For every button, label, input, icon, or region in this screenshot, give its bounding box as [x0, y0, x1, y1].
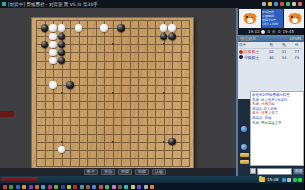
send-button[interactable]: 发送 [293, 168, 304, 175]
white-stone-icon [261, 30, 265, 34]
titlebar-mini-icon[interactable] [262, 2, 266, 6]
game-action-button[interactable]: 和棋 [135, 169, 149, 175]
black-clock: 19:32 [248, 29, 260, 34]
black-stone[interactable] [168, 33, 175, 40]
black-stone-icon [272, 30, 276, 34]
titlebar-mini-icon[interactable] [268, 2, 272, 6]
quicklaunch-icon[interactable] [150, 185, 154, 189]
player-color-dot [239, 50, 243, 54]
white-stone[interactable] [58, 146, 65, 153]
star-point [163, 92, 165, 94]
game-action-button[interactable]: 数子 [84, 169, 98, 175]
black-stone[interactable] [58, 57, 65, 64]
star-point [112, 141, 114, 143]
stat-cell: 73 [290, 55, 303, 61]
chat-input-row: 发送 [250, 167, 304, 175]
grid-line [36, 158, 190, 159]
player-color-dot [239, 55, 243, 59]
grid-line [121, 20, 122, 167]
table-header-cell: 胜 [265, 43, 278, 48]
white-stone[interactable] [160, 24, 167, 31]
grid-line [36, 117, 190, 118]
titlebar-mini-icon[interactable] [292, 2, 296, 6]
quicklaunch-icon[interactable] [41, 185, 45, 189]
black-stone[interactable] [58, 49, 65, 56]
grid-line [181, 20, 182, 167]
quicklaunch-icon[interactable] [92, 185, 96, 189]
chat-line: 系统: 网络连接正常 [252, 121, 300, 125]
emoticon-button[interactable] [250, 168, 256, 174]
star-point [61, 92, 63, 94]
white-stone[interactable] [75, 24, 82, 31]
white-stone[interactable] [58, 24, 65, 31]
board-pane [0, 8, 236, 168]
black-stone[interactable] [66, 81, 73, 88]
titlebar-mini-icon[interactable] [280, 2, 284, 6]
quicklaunch-icon[interactable] [112, 185, 116, 189]
quicklaunch-icon[interactable] [99, 185, 103, 189]
grid-line [147, 20, 148, 167]
white-stone[interactable] [100, 24, 107, 31]
panel-header-bar[interactable]: 段位对局 LEVEL [238, 35, 304, 42]
white-stone[interactable] [49, 49, 56, 56]
chat-line: 欢迎来到野狐围棋对弈室 [252, 93, 300, 97]
grid-line [36, 125, 190, 126]
match-info-line: 野狐围棋 [262, 10, 281, 14]
taskbar-active-item[interactable] [2, 177, 38, 182]
game-button-bar: 数子形势悔棋和棋认输 [0, 168, 236, 176]
quicklaunch-icon[interactable] [131, 185, 135, 189]
stat-cell: 40 [265, 55, 278, 61]
quicklaunch-icon[interactable] [105, 185, 109, 189]
tray-icon[interactable] [293, 178, 297, 182]
titlebar-mini-icon[interactable] [298, 2, 302, 6]
black-stone[interactable] [41, 41, 48, 48]
grid-line [130, 20, 131, 167]
star-point [112, 92, 114, 94]
tool-tag-icon[interactable] [240, 160, 249, 164]
table-row[interactable]: 小狐棋士403373 [239, 55, 303, 61]
quicklaunch-icon[interactable] [3, 185, 7, 189]
window-title: [对弈中] 野狐围棋 - 对弈室 黑 VS 白 第30手 [8, 0, 237, 7]
folder-icon[interactable] [259, 177, 265, 182]
grid-line [36, 101, 190, 102]
quicklaunch-icon[interactable] [86, 185, 90, 189]
table-header-cell: 负 [278, 43, 291, 48]
white-stone[interactable] [49, 33, 56, 40]
black-stone[interactable] [41, 24, 48, 31]
grid-line [36, 109, 190, 110]
titlebar-mini-icon[interactable] [274, 2, 278, 6]
fox-avatar-icon [244, 13, 256, 24]
white-stone[interactable] [49, 24, 56, 31]
fox-go-client-window: [对弈中] 野狐围棋 - 对弈室 黑 VS 白 第30手 数子形势悔棋和棋认输 … [0, 0, 304, 190]
quicklaunch-icon[interactable] [73, 185, 77, 189]
quicklaunch-icon[interactable] [54, 185, 58, 189]
chat-log[interactable]: 欢迎来到野狐围棋对弈室系统: 双方各有3次读秒系统: 对局开始观战者 进入房间提… [250, 91, 304, 166]
go-board[interactable] [31, 17, 194, 169]
white-clock: 19:45 [283, 29, 295, 34]
title-bar: [对弈中] 野狐围棋 - 对弈室 黑 VS 白 第30手 [0, 0, 304, 8]
quicklaunch-icon[interactable] [144, 185, 148, 189]
grid-line [36, 134, 190, 135]
table-header-cell: 棋手 [239, 43, 265, 48]
match-info-box: 野狐围棋 中国规则 黑贴3¾子 20分+30秒 [262, 9, 283, 28]
tool-tag-icon[interactable] [240, 153, 249, 157]
clock-capture-row: 19:32 0 0 19:45 [238, 28, 304, 35]
black-stone[interactable] [58, 33, 65, 40]
grid-line [155, 20, 156, 167]
table-header-cell: 分 [290, 43, 303, 48]
quicklaunch-icon[interactable] [29, 185, 33, 189]
white-stone[interactable] [49, 81, 56, 88]
player-name-cell: 小狐棋士 [239, 55, 265, 61]
tray-icon[interactable] [287, 178, 291, 182]
quicklaunch-icon[interactable] [118, 185, 122, 189]
star-point [61, 141, 63, 143]
right-panel: 野狐围棋 中国规则 黑贴3¾子 20分+30秒 19:32 0 0 19:45 … [236, 8, 304, 176]
white-stone[interactable] [49, 57, 56, 64]
taskbar-top-row: 15:08 [0, 176, 304, 183]
stat-cell: 33 [278, 55, 291, 61]
quicklaunch-icon[interactable] [16, 185, 20, 189]
grid-line [36, 166, 190, 167]
tool-ball-icon[interactable] [241, 144, 247, 150]
quicklaunch-icon[interactable] [35, 185, 39, 189]
quicklaunch-icon[interactable] [48, 185, 52, 189]
chat-line: 系统: 对局开始 [252, 102, 300, 106]
panel-header-right: LEVEL [290, 36, 302, 41]
chat-line: 观战者: 加油 [252, 116, 300, 120]
system-tray [282, 178, 303, 182]
fox-avatar-icon [289, 13, 301, 24]
quicklaunch-icon[interactable] [9, 185, 13, 189]
taskbar-clock: 15:08 [267, 177, 279, 182]
game-action-button[interactable]: 认输 [152, 169, 166, 175]
game-action-button[interactable]: 形势 [101, 169, 115, 175]
grid-line [189, 20, 190, 167]
black-stone[interactable] [160, 33, 167, 40]
quicklaunch-icon[interactable] [137, 185, 141, 189]
quicklaunch-icon[interactable] [80, 185, 84, 189]
taskbar-quicklaunch-row [0, 183, 304, 190]
quicklaunch-icon[interactable] [61, 185, 65, 189]
white-capture-count: 0 [267, 29, 270, 34]
white-stone[interactable] [168, 24, 175, 31]
app-icon [2, 2, 6, 6]
panel-header-left: 段位对局 [240, 36, 256, 41]
titlebar-mini-icon[interactable] [286, 2, 290, 6]
white-player-avatar[interactable] [284, 9, 305, 28]
quicklaunch-icon[interactable] [67, 185, 71, 189]
side-tool-icons [239, 126, 249, 166]
tray-icon[interactable] [298, 178, 302, 182]
side-red-tag [0, 111, 14, 117]
star-point [163, 141, 165, 143]
players-area: 野狐围棋 中国规则 黑贴3¾子 20分+30秒 [238, 8, 304, 28]
tool-ball-icon[interactable] [241, 126, 247, 132]
game-action-button[interactable]: 悔棋 [118, 169, 132, 175]
title-bar-icons [262, 2, 302, 6]
black-capture-count: 0 [278, 29, 281, 34]
white-stone[interactable] [49, 41, 56, 48]
quicklaunch-icon[interactable] [22, 185, 26, 189]
black-stone[interactable] [58, 41, 65, 48]
grid-line [138, 20, 139, 167]
quicklaunch-icon[interactable] [124, 185, 128, 189]
black-stone[interactable] [117, 24, 124, 31]
black-player-avatar[interactable] [239, 9, 261, 28]
match-info-line: 20分+30秒 [262, 22, 281, 26]
chat-input[interactable] [257, 168, 292, 175]
black-stone[interactable] [168, 138, 175, 145]
tray-icon[interactable] [282, 178, 286, 182]
